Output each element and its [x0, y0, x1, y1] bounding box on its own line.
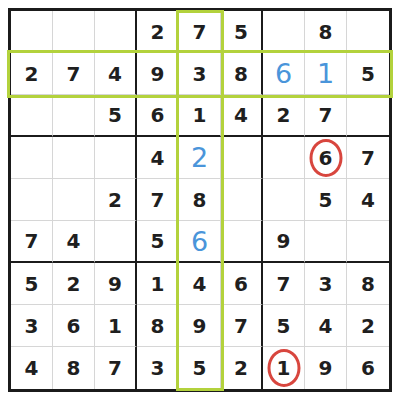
cell-r3c8[interactable]: 7 [305, 95, 347, 137]
cell-r7c4[interactable]: 1 [137, 263, 179, 305]
entered-digit: 1 [317, 60, 334, 87]
given-digit: 6 [319, 148, 333, 168]
given-digit: 7 [193, 22, 207, 42]
cell-r9c3[interactable]: 7 [95, 347, 137, 389]
cell-r2c8[interactable]: 1 [305, 53, 347, 95]
cell-r8c3[interactable]: 1 [95, 305, 137, 347]
given-digit: 9 [277, 231, 291, 251]
cell-r1c2[interactable] [53, 11, 95, 53]
cell-r7c2[interactable]: 2 [53, 263, 95, 305]
cell-r6c5[interactable]: 6 [179, 221, 221, 263]
cell-r8c9[interactable]: 2 [347, 305, 389, 347]
cell-r3c4[interactable]: 6 [137, 95, 179, 137]
cell-r7c8[interactable]: 3 [305, 263, 347, 305]
cell-r8c1[interactable]: 3 [11, 305, 53, 347]
given-digit: 3 [25, 316, 39, 336]
cell-r4c5[interactable]: 2 [179, 137, 221, 179]
given-digit: 5 [25, 274, 39, 294]
cell-r9c1[interactable]: 4 [11, 347, 53, 389]
given-digit: 4 [193, 274, 207, 294]
cell-r1c9[interactable] [347, 11, 389, 53]
cell-r5c1[interactable] [11, 179, 53, 221]
cell-r4c4[interactable]: 4 [137, 137, 179, 179]
given-digit: 4 [361, 190, 375, 210]
given-digit: 5 [277, 316, 291, 336]
cell-r4c3[interactable] [95, 137, 137, 179]
cell-r7c3[interactable]: 9 [95, 263, 137, 305]
given-digit: 5 [193, 358, 207, 378]
entered-digit: 6 [275, 60, 292, 87]
cell-r3c9[interactable] [347, 95, 389, 137]
cell-r9c5[interactable]: 5 [179, 347, 221, 389]
given-digit: 3 [151, 358, 165, 378]
given-digit: 4 [67, 231, 81, 251]
given-digit: 2 [234, 358, 248, 378]
cell-r4c8[interactable]: 6 [305, 137, 347, 179]
given-digit: 8 [234, 64, 248, 84]
given-digit: 8 [361, 274, 375, 294]
given-digit: 7 [151, 190, 165, 210]
cell-r4c6[interactable] [221, 137, 263, 179]
given-digit: 8 [193, 190, 207, 210]
cell-r7c1[interactable]: 5 [11, 263, 53, 305]
cell-r6c4[interactable]: 5 [137, 221, 179, 263]
cell-r8c4[interactable]: 8 [137, 305, 179, 347]
given-digit: 7 [25, 231, 39, 251]
given-digit: 3 [319, 274, 333, 294]
given-digit: 9 [193, 316, 207, 336]
cell-r1c5[interactable]: 7 [179, 11, 221, 53]
cell-r2c5[interactable]: 3 [179, 53, 221, 95]
cell-r5c8[interactable]: 5 [305, 179, 347, 221]
given-digit: 1 [193, 105, 207, 125]
cell-r4c7[interactable] [263, 137, 305, 179]
given-digit: 5 [361, 64, 375, 84]
given-digit: 5 [319, 190, 333, 210]
cell-r3c5[interactable]: 1 [179, 95, 221, 137]
cell-r3c1[interactable] [11, 95, 53, 137]
given-digit: 4 [234, 105, 248, 125]
cell-r5c5[interactable]: 8 [179, 179, 221, 221]
cell-r8c5[interactable]: 9 [179, 305, 221, 347]
given-digit: 1 [108, 316, 122, 336]
given-digit: 7 [319, 105, 333, 125]
given-digit: 2 [25, 64, 39, 84]
cell-r9c4[interactable]: 3 [137, 347, 179, 389]
given-digit: 5 [234, 22, 248, 42]
given-digit: 4 [151, 148, 165, 168]
given-digit: 4 [108, 64, 122, 84]
cell-r3c2[interactable] [53, 95, 95, 137]
given-digit: 7 [361, 148, 375, 168]
given-digit: 7 [108, 358, 122, 378]
given-digit: 8 [151, 316, 165, 336]
given-digit: 1 [277, 358, 291, 378]
cell-r5c3[interactable]: 2 [95, 179, 137, 221]
cell-r9c8[interactable]: 9 [305, 347, 347, 389]
given-digit: 9 [319, 358, 333, 378]
given-digit: 5 [151, 231, 165, 251]
cell-r6c1[interactable]: 7 [11, 221, 53, 263]
entered-digit: 6 [191, 228, 208, 255]
cell-r9c2[interactable]: 8 [53, 347, 95, 389]
cell-r2c4[interactable]: 9 [137, 53, 179, 95]
cell-r2c1[interactable]: 2 [11, 53, 53, 95]
cell-r2c2[interactable]: 7 [53, 53, 95, 95]
cell-r4c1[interactable] [11, 137, 53, 179]
sudoku-app: 2758274938615561427426727854745695291467… [0, 0, 400, 400]
entered-digit: 2 [191, 144, 208, 171]
given-digit: 1 [151, 274, 165, 294]
given-digit: 4 [319, 316, 333, 336]
cell-r3c6[interactable]: 4 [221, 95, 263, 137]
given-digit: 8 [319, 22, 333, 42]
cell-r5c9[interactable]: 4 [347, 179, 389, 221]
given-digit: 5 [108, 105, 122, 125]
given-digit: 6 [361, 358, 375, 378]
cell-r2c9[interactable]: 5 [347, 53, 389, 95]
cell-r5c7[interactable] [263, 179, 305, 221]
cell-r2c3[interactable]: 4 [95, 53, 137, 95]
given-digit: 6 [151, 105, 165, 125]
given-digit: 9 [108, 274, 122, 294]
cell-r1c6[interactable]: 5 [221, 11, 263, 53]
cell-r9c7[interactable]: 1 [263, 347, 305, 389]
cell-r6c3[interactable] [95, 221, 137, 263]
cell-r9c6[interactable]: 2 [221, 347, 263, 389]
cell-r6c2[interactable]: 4 [53, 221, 95, 263]
given-digit: 9 [151, 64, 165, 84]
cell-r7c5[interactable]: 4 [179, 263, 221, 305]
cell-r9c9[interactable]: 6 [347, 347, 389, 389]
cell-r8c8[interactable]: 4 [305, 305, 347, 347]
cell-r6c9[interactable] [347, 221, 389, 263]
cell-r4c2[interactable] [53, 137, 95, 179]
given-digit: 2 [108, 190, 122, 210]
cell-r7c9[interactable]: 8 [347, 263, 389, 305]
given-digit: 7 [234, 316, 248, 336]
sudoku-board: 2758274938615561427426727854745695291467… [8, 8, 392, 392]
cell-r5c4[interactable]: 7 [137, 179, 179, 221]
cell-r6c6[interactable] [221, 221, 263, 263]
given-digit: 4 [25, 358, 39, 378]
given-digit: 2 [361, 316, 375, 336]
given-digit: 7 [67, 64, 81, 84]
cell-r6c8[interactable] [305, 221, 347, 263]
cell-r1c8[interactable]: 8 [305, 11, 347, 53]
cell-r1c7[interactable] [263, 11, 305, 53]
cell-r5c6[interactable] [221, 179, 263, 221]
given-digit: 2 [151, 22, 165, 42]
cell-r2c6[interactable]: 8 [221, 53, 263, 95]
cell-r1c1[interactable] [11, 11, 53, 53]
cell-r4c9[interactable]: 7 [347, 137, 389, 179]
cell-r5c2[interactable] [53, 179, 95, 221]
given-digit: 8 [67, 358, 81, 378]
cell-r2c7[interactable]: 6 [263, 53, 305, 95]
cell-r6c7[interactable]: 9 [263, 221, 305, 263]
cell-r7c7[interactable]: 7 [263, 263, 305, 305]
given-digit: 2 [67, 274, 81, 294]
cell-r8c7[interactable]: 5 [263, 305, 305, 347]
cell-r3c7[interactable]: 2 [263, 95, 305, 137]
cell-r1c3[interactable] [95, 11, 137, 53]
cell-r3c3[interactable]: 5 [95, 95, 137, 137]
given-digit: 6 [67, 316, 81, 336]
given-digit: 3 [193, 64, 207, 84]
given-digit: 2 [277, 105, 291, 125]
given-digit: 6 [234, 274, 248, 294]
cell-r1c4[interactable]: 2 [137, 11, 179, 53]
cell-r8c2[interactable]: 6 [53, 305, 95, 347]
cell-r8c6[interactable]: 7 [221, 305, 263, 347]
cell-r7c6[interactable]: 6 [221, 263, 263, 305]
given-digit: 7 [277, 274, 291, 294]
